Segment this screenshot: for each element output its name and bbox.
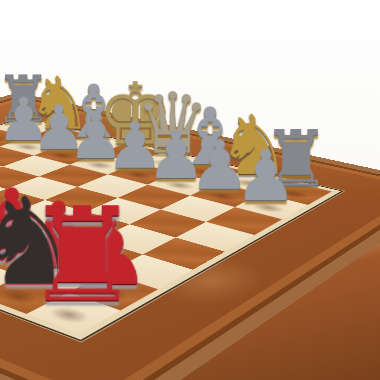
board-surface: ♜♞♝♚♛♝♞♜♟♟♟♟♟♟♟♟♟♟♟♟♟♟♟♟♜♞♝♚♛♝♞♜ [0, 117, 344, 341]
chess-grid: ♜♞♝♚♛♝♞♜♟♟♟♟♟♟♟♟♟♟♟♟♟♟♟♟♜♞♝♚♛♝♞♜ [0, 120, 332, 334]
square-a2: ♟ [235, 194, 308, 220]
white-pawn: ♟ [234, 142, 287, 212]
burl-frame: ♜♞♝♚♛♝♞♜♟♟♟♟♟♟♟♟♟♟♟♟♟♟♟♟♜♞♝♚♛♝♞♜ [0, 92, 380, 380]
white-pawn: ♟ [189, 132, 241, 200]
square-a8: ♜ [27, 293, 121, 334]
black-rook: ♜ [24, 191, 92, 321]
scene: ♜♞♝♚♛♝♞♜♟♟♟♟♟♟♟♟♟♟♟♟♟♟♟♟♜♞♝♚♛♝♞♜ [0, 0, 380, 380]
chessboard: ♜♞♝♚♛♝♞♜♟♟♟♟♟♟♟♟♟♟♟♟♟♟♟♟♜♞♝♚♛♝♞♜ [0, 92, 380, 380]
